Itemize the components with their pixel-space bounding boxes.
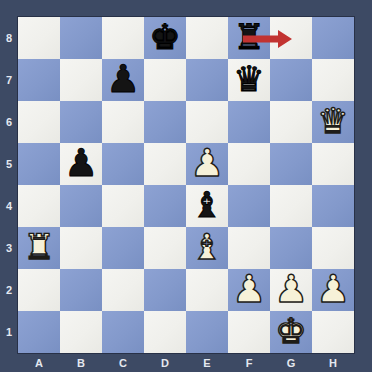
square-a4[interactable] <box>18 185 60 227</box>
square-h6[interactable]: ♛ <box>312 101 354 143</box>
square-g1[interactable]: ♚ <box>270 311 312 353</box>
white-queen-h6: ♛ <box>312 101 354 143</box>
square-b7[interactable] <box>60 59 102 101</box>
square-b6[interactable] <box>60 101 102 143</box>
file-label-b: B <box>60 353 102 372</box>
square-b5[interactable]: ♟ <box>60 143 102 185</box>
file-labels: ABCDEFGH <box>18 353 354 372</box>
square-b1[interactable] <box>60 311 102 353</box>
white-king-g1: ♚ <box>270 311 312 353</box>
rank-label-2: 2 <box>0 269 18 311</box>
square-d1[interactable] <box>144 311 186 353</box>
black-queen-f7: ♛ <box>228 59 270 101</box>
square-d3[interactable] <box>144 227 186 269</box>
chess-diagram: 87654321 ABCDEFGH ♚♜♟♛♛♟♟♝♜♝♟♟♟♚ <box>0 0 372 372</box>
square-g5[interactable] <box>270 143 312 185</box>
square-b4[interactable] <box>60 185 102 227</box>
square-c5[interactable] <box>102 143 144 185</box>
square-h1[interactable] <box>312 311 354 353</box>
white-pawn-e5: ♟ <box>186 143 228 185</box>
square-f7[interactable]: ♛ <box>228 59 270 101</box>
file-label-h: H <box>312 353 354 372</box>
file-label-f: F <box>228 353 270 372</box>
square-e6[interactable] <box>186 101 228 143</box>
square-a8[interactable] <box>18 17 60 59</box>
square-d5[interactable] <box>144 143 186 185</box>
square-g8[interactable] <box>270 17 312 59</box>
square-a5[interactable] <box>18 143 60 185</box>
white-pawn-g2: ♟ <box>270 269 312 311</box>
file-label-a: A <box>18 353 60 372</box>
black-rook-f8: ♜ <box>228 17 270 59</box>
square-g7[interactable] <box>270 59 312 101</box>
square-e2[interactable] <box>186 269 228 311</box>
square-d8[interactable]: ♚ <box>144 17 186 59</box>
square-e1[interactable] <box>186 311 228 353</box>
square-e8[interactable] <box>186 17 228 59</box>
square-f8[interactable]: ♜ <box>228 17 270 59</box>
square-a1[interactable] <box>18 311 60 353</box>
square-d6[interactable] <box>144 101 186 143</box>
white-rook-a3: ♜ <box>18 227 60 269</box>
rank-labels: 87654321 <box>0 17 18 353</box>
square-d2[interactable] <box>144 269 186 311</box>
rank-label-1: 1 <box>0 311 18 353</box>
rank-label-7: 7 <box>0 59 18 101</box>
black-pawn-b5: ♟ <box>60 143 102 185</box>
rank-label-3: 3 <box>0 227 18 269</box>
square-f6[interactable] <box>228 101 270 143</box>
square-f1[interactable] <box>228 311 270 353</box>
square-c7[interactable]: ♟ <box>102 59 144 101</box>
square-c6[interactable] <box>102 101 144 143</box>
square-h2[interactable]: ♟ <box>312 269 354 311</box>
square-a6[interactable] <box>18 101 60 143</box>
file-label-c: C <box>102 353 144 372</box>
rank-label-6: 6 <box>0 101 18 143</box>
white-pawn-f2: ♟ <box>228 269 270 311</box>
square-h8[interactable] <box>312 17 354 59</box>
black-bishop-e4: ♝ <box>186 185 228 227</box>
square-b2[interactable] <box>60 269 102 311</box>
square-d4[interactable] <box>144 185 186 227</box>
square-f4[interactable] <box>228 185 270 227</box>
square-a2[interactable] <box>18 269 60 311</box>
square-d7[interactable] <box>144 59 186 101</box>
white-pawn-h2: ♟ <box>312 269 354 311</box>
square-b3[interactable] <box>60 227 102 269</box>
square-g2[interactable]: ♟ <box>270 269 312 311</box>
square-f2[interactable]: ♟ <box>228 269 270 311</box>
file-label-e: E <box>186 353 228 372</box>
chess-board: ♚♜♟♛♛♟♟♝♜♝♟♟♟♚ <box>18 17 354 353</box>
square-h3[interactable] <box>312 227 354 269</box>
black-pawn-c7: ♟ <box>102 59 144 101</box>
square-g4[interactable] <box>270 185 312 227</box>
square-e3[interactable]: ♝ <box>186 227 228 269</box>
square-c4[interactable] <box>102 185 144 227</box>
black-king-d8: ♚ <box>144 17 186 59</box>
square-a3[interactable]: ♜ <box>18 227 60 269</box>
square-g3[interactable] <box>270 227 312 269</box>
rank-label-4: 4 <box>0 185 18 227</box>
square-b8[interactable] <box>60 17 102 59</box>
square-c3[interactable] <box>102 227 144 269</box>
square-a7[interactable] <box>18 59 60 101</box>
square-e4[interactable]: ♝ <box>186 185 228 227</box>
square-h7[interactable] <box>312 59 354 101</box>
square-e7[interactable] <box>186 59 228 101</box>
square-h4[interactable] <box>312 185 354 227</box>
square-f5[interactable] <box>228 143 270 185</box>
square-f3[interactable] <box>228 227 270 269</box>
square-c1[interactable] <box>102 311 144 353</box>
rank-label-8: 8 <box>0 17 18 59</box>
file-label-g: G <box>270 353 312 372</box>
rank-label-5: 5 <box>0 143 18 185</box>
square-c8[interactable] <box>102 17 144 59</box>
square-g6[interactable] <box>270 101 312 143</box>
square-c2[interactable] <box>102 269 144 311</box>
white-bishop-e3: ♝ <box>186 227 228 269</box>
square-e5[interactable]: ♟ <box>186 143 228 185</box>
file-label-d: D <box>144 353 186 372</box>
square-h5[interactable] <box>312 143 354 185</box>
